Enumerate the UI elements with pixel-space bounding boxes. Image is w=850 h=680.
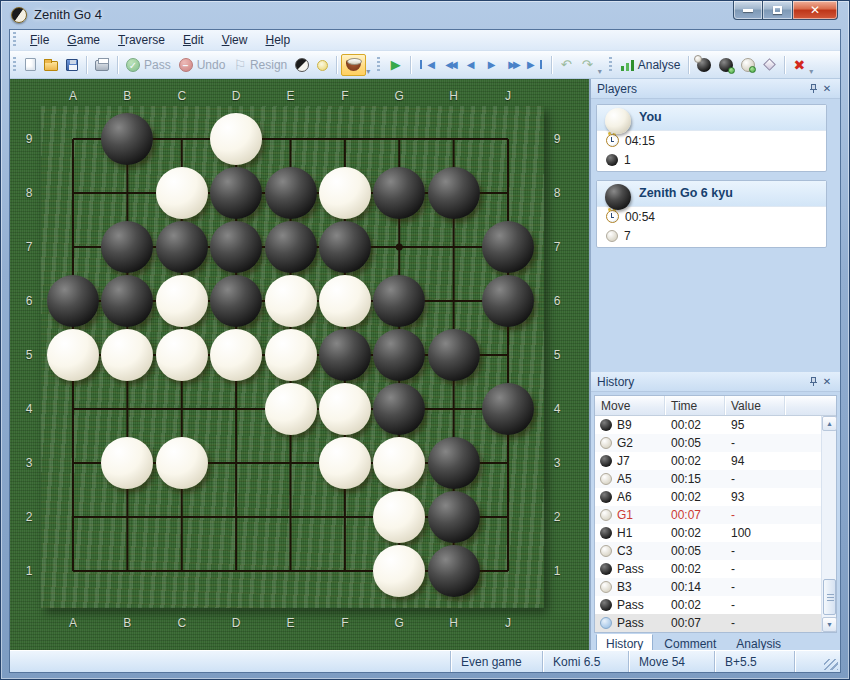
coord-col-bottom-F: F xyxy=(335,616,355,630)
move-value: - xyxy=(725,580,785,594)
stone-A6 xyxy=(47,275,99,327)
move-label: J7 xyxy=(617,454,630,468)
coord-row-left-2: 2 xyxy=(19,510,39,524)
move-value: 94 xyxy=(725,454,785,468)
move-time: 00:15 xyxy=(665,472,725,486)
move-value: - xyxy=(725,616,785,630)
stone-H1 xyxy=(428,545,480,597)
black-move-stone-icon xyxy=(600,455,612,467)
stone-G4 xyxy=(373,383,425,435)
black-stone-tool-icon xyxy=(697,58,711,72)
stone-F4 xyxy=(319,383,371,435)
move-time: 00:14 xyxy=(665,580,725,594)
green-dot-icon xyxy=(728,67,735,74)
stone-E7 xyxy=(265,221,317,273)
player-captures: 7 xyxy=(624,229,631,243)
minimize-button[interactable] xyxy=(733,1,763,20)
toolbar-file-group: ✓Pass −Undo ⚐Resign ▾ xyxy=(10,51,374,78)
coord-row-left-6: 6 xyxy=(19,294,39,308)
scrollbar-thumb[interactable] xyxy=(823,579,836,615)
player-time-row: 04:15 xyxy=(597,131,826,150)
move-value: - xyxy=(725,544,785,558)
lightbulb-icon xyxy=(317,60,328,71)
stone-B5 xyxy=(101,329,153,381)
resign-flag-icon: ⚐ xyxy=(233,58,246,72)
play-button[interactable]: ▶ xyxy=(385,55,406,75)
forward-button[interactable]: ▶ xyxy=(481,55,502,75)
player-captures-row: 7 xyxy=(597,226,826,245)
status-empty xyxy=(794,651,824,672)
go-bowl-icon xyxy=(346,60,361,71)
stone-H8 xyxy=(428,167,480,219)
stone-G2 xyxy=(373,491,425,543)
move-time: 00:07 xyxy=(665,508,725,522)
menu-edit[interactable]: Edit xyxy=(174,31,213,49)
stone-C6 xyxy=(156,275,208,327)
toolbar-analyse-group: Analyse ✖ ▾ xyxy=(606,51,817,78)
move-time: 00:05 xyxy=(665,544,725,558)
stone-C5 xyxy=(156,329,208,381)
history-row-J7-2[interactable]: J700:0294 xyxy=(595,452,821,470)
stone-E5 xyxy=(265,329,317,381)
move-label: Pass xyxy=(617,616,644,630)
stone-F8 xyxy=(319,167,371,219)
move-label: B9 xyxy=(617,418,632,432)
coord-col-top-A: A xyxy=(63,89,83,103)
back-button[interactable]: ◀ xyxy=(460,55,481,75)
status-score: B+5.5 xyxy=(714,651,794,672)
stone-G8 xyxy=(373,167,425,219)
white-move-stone-icon xyxy=(600,473,612,485)
goban-board[interactable] xyxy=(41,106,544,608)
coord-row-right-7: 7 xyxy=(547,240,567,254)
move-label: A6 xyxy=(617,490,632,504)
history-table: Move Time Value B900:0295G200:05-J700:02… xyxy=(594,395,837,633)
move-label: C3 xyxy=(617,544,632,558)
white-move-stone-icon xyxy=(600,437,612,449)
delete-button[interactable]: ✖ xyxy=(789,54,809,76)
column-header-blank xyxy=(785,396,836,415)
client-area: FileGameTraverseEditViewHelp ✓Pass −Undo… xyxy=(9,29,841,673)
stone-C3 xyxy=(156,437,208,489)
history-row-C3-7[interactable]: C300:05- xyxy=(595,542,821,560)
white-move-stone-icon xyxy=(600,581,612,593)
save-button[interactable] xyxy=(62,54,82,76)
history-header: Move Time Value xyxy=(595,396,836,416)
stone-B9 xyxy=(101,113,153,165)
history-row-H1-6[interactable]: H100:02100 xyxy=(595,524,821,542)
stone-B6 xyxy=(101,275,153,327)
coord-col-bottom-J: J xyxy=(498,616,518,630)
player-captures: 1 xyxy=(624,153,631,167)
history-row-G1-5[interactable]: G100:07- xyxy=(595,506,821,524)
coord-row-left-7: 7 xyxy=(19,240,39,254)
move-label: B3 xyxy=(617,580,632,594)
toolbar-separator xyxy=(336,56,337,74)
toolbar-separator xyxy=(551,56,552,74)
history-row-G2-1[interactable]: G200:05- xyxy=(595,434,821,452)
fast-forward-button[interactable]: ▶▶ xyxy=(502,55,523,75)
coord-row-left-8: 8 xyxy=(19,186,39,200)
first-move-button[interactable]: ◀ xyxy=(415,55,439,75)
toolbar-separator xyxy=(784,56,785,74)
new-icon xyxy=(25,58,36,71)
add-white-stone-icon xyxy=(741,58,755,72)
toolbar-separator xyxy=(410,56,411,74)
next-variation-button[interactable]: ↷ xyxy=(577,55,598,75)
new-game-button[interactable] xyxy=(21,54,40,76)
move-label: G1 xyxy=(617,508,633,522)
player-card-header: Zenith Go 6 kyu xyxy=(597,181,826,207)
players-panel-header: Players ✕ xyxy=(591,79,840,99)
move-time: 00:02 xyxy=(665,490,725,504)
small-white-stone-icon xyxy=(694,55,702,63)
player-captures-row: 1 xyxy=(597,150,826,169)
player-avatar-stone xyxy=(605,108,631,134)
resign-button[interactable]: ⚐Resign xyxy=(229,54,291,76)
coord-col-bottom-D: D xyxy=(226,616,246,630)
resize-grip[interactable] xyxy=(824,659,838,670)
pass-label: Pass xyxy=(144,58,171,72)
scroll-down-button[interactable]: ▼ xyxy=(822,617,837,632)
stone-J7 xyxy=(482,221,534,273)
coord-row-left-4: 4 xyxy=(19,402,39,416)
stone-G3 xyxy=(373,437,425,489)
clock-icon xyxy=(606,134,619,147)
window-title: Zenith Go 4 xyxy=(34,7,102,22)
stone-D5 xyxy=(210,329,262,381)
fast-back-button[interactable]: ◀◀ xyxy=(439,55,460,75)
move-label: A5 xyxy=(617,472,632,486)
move-label: Pass xyxy=(617,562,644,576)
move-time: 00:05 xyxy=(665,436,725,450)
history-row-Pass-8[interactable]: Pass00:02- xyxy=(595,560,821,578)
coord-row-right-6: 6 xyxy=(547,294,567,308)
coord-col-top-J: J xyxy=(498,89,518,103)
player-card-you: You 04:15 1 xyxy=(596,104,827,172)
toolbar-grip xyxy=(377,57,380,73)
player-time: 00:54 xyxy=(625,210,655,224)
maximize-button[interactable] xyxy=(763,1,792,20)
history-close-button[interactable]: ✕ xyxy=(820,375,834,389)
player-name: Zenith Go 6 kyu xyxy=(639,186,733,200)
coord-col-top-D: D xyxy=(226,89,246,103)
resign-label: Resign xyxy=(250,58,287,72)
menu-view[interactable]: View xyxy=(213,31,257,49)
toolbar-grip xyxy=(609,57,612,73)
menu-bar-items: FileGameTraverseEditViewHelp xyxy=(21,31,299,49)
coord-col-bottom-E: E xyxy=(281,616,301,630)
history-panel-title: History xyxy=(597,375,806,389)
players-panel-title: Players xyxy=(597,82,806,96)
title-bar: Zenith Go 4 ✕ xyxy=(1,1,849,29)
move-value: - xyxy=(725,436,785,450)
move-label: H1 xyxy=(617,526,632,540)
stone-G1 xyxy=(373,545,425,597)
stone-F5 xyxy=(319,329,371,381)
add-white-stone-button[interactable] xyxy=(737,54,759,76)
move-value: 93 xyxy=(725,490,785,504)
move-value: - xyxy=(725,472,785,486)
history-row-Pass-10[interactable]: Pass00:02- xyxy=(595,596,821,614)
coord-col-top-E: E xyxy=(281,89,301,103)
hint-button[interactable] xyxy=(313,54,332,76)
move-label: Pass xyxy=(617,598,644,612)
close-button[interactable]: ✕ xyxy=(792,1,838,20)
prev-variation-button[interactable]: ↶ xyxy=(556,55,577,75)
pin-icon xyxy=(808,83,819,94)
move-label: G2 xyxy=(617,436,633,450)
column-header-move[interactable]: Move xyxy=(595,396,665,415)
pass-icon: ✓ xyxy=(126,58,140,72)
black-move-stone-icon xyxy=(600,563,612,575)
history-rows: B900:0295G200:05-J700:0294A500:15-A600:0… xyxy=(595,416,821,632)
stone-B3 xyxy=(101,437,153,489)
analyse-label: Analyse xyxy=(638,58,681,72)
coord-col-top-B: B xyxy=(117,89,137,103)
captured-stone-icon xyxy=(606,154,618,166)
toolbar: ✓Pass −Undo ⚐Resign ▾ ▶ ◀ ◀◀ ◀ ▶ ▶▶ ▶ xyxy=(10,51,840,79)
side-dock: Players ✕ You 04:15 1 Zenith Go 6 kyu xyxy=(591,79,840,650)
open-icon xyxy=(44,61,58,71)
history-row-Pass-11[interactable]: Pass00:07- xyxy=(595,614,821,632)
move-time: 00:02 xyxy=(665,526,725,540)
player-time: 04:15 xyxy=(625,134,655,148)
move-value: - xyxy=(725,598,785,612)
black-move-stone-icon xyxy=(600,527,612,539)
stone-D9 xyxy=(210,113,262,165)
stone-H5 xyxy=(428,329,480,381)
green-dot-icon xyxy=(749,66,756,73)
analyse-button[interactable]: Analyse xyxy=(617,54,685,76)
scroll-up-button[interactable]: ▲ xyxy=(822,416,837,431)
workspace: AABBCCDDEEFFGGHHJJ998877665544332211 Pla… xyxy=(10,79,840,650)
players-pin-button[interactable] xyxy=(806,82,820,96)
black-move-stone-icon xyxy=(600,491,612,503)
coord-row-right-4: 4 xyxy=(547,402,567,416)
stone-E4 xyxy=(265,383,317,435)
menu-game[interactable]: Game xyxy=(58,31,109,49)
stone-C7 xyxy=(156,221,208,273)
add-black-stone-icon xyxy=(719,58,733,72)
menu-bar: FileGameTraverseEditViewHelp xyxy=(10,30,840,51)
black-move-stone-icon xyxy=(600,599,612,611)
add-black-stone-button[interactable] xyxy=(715,54,737,76)
player-avatar-stone xyxy=(605,184,631,210)
stone-color-toggle-button[interactable] xyxy=(291,54,313,76)
toolbar-overflow-icon[interactable]: ▾ xyxy=(809,67,813,76)
stone-D8 xyxy=(210,167,262,219)
coord-col-bottom-A: A xyxy=(63,616,83,630)
pin-icon xyxy=(808,376,819,387)
stone-F6 xyxy=(319,275,371,327)
clock-icon xyxy=(606,210,619,223)
move-value: 95 xyxy=(725,418,785,432)
pass-button[interactable]: ✓Pass xyxy=(122,54,175,76)
toolbar-separator xyxy=(117,56,118,74)
first-move-icon xyxy=(420,60,422,69)
toolbar-separator xyxy=(688,56,689,74)
stone-E8 xyxy=(265,167,317,219)
player-card-engine: Zenith Go 6 kyu 00:54 7 xyxy=(596,180,827,248)
status-even-game: Even game xyxy=(450,651,542,672)
erase-tool-button[interactable] xyxy=(759,54,780,76)
undo-icon: − xyxy=(179,58,193,72)
coord-row-right-1: 1 xyxy=(547,564,567,578)
stone-D7 xyxy=(210,221,262,273)
bowl-view-button[interactable] xyxy=(341,54,366,76)
toolbar-overflow-icon[interactable]: ▾ xyxy=(598,67,602,76)
app-window: Zenith Go 4 ✕ FileGameTraverseEditViewHe… xyxy=(0,0,850,680)
history-pin-button[interactable] xyxy=(806,375,820,389)
history-scrollbar[interactable]: ▲ ▼ xyxy=(821,416,836,632)
coord-col-bottom-B: B xyxy=(117,616,137,630)
current-move-stone-icon xyxy=(600,617,612,629)
move-time: 00:02 xyxy=(665,418,725,432)
status-move-number: Move 54 xyxy=(628,651,714,672)
stone-G6 xyxy=(373,275,425,327)
move-time: 00:02 xyxy=(665,454,725,468)
history-panel-header: History ✕ xyxy=(591,372,840,392)
stone-H3 xyxy=(428,437,480,489)
last-move-button[interactable]: ▶ xyxy=(523,55,547,75)
minimize-icon xyxy=(743,9,753,12)
white-move-stone-icon xyxy=(600,509,612,521)
stone-C8 xyxy=(156,167,208,219)
captured-stone-icon xyxy=(606,230,618,242)
place-stone-tool-button[interactable] xyxy=(693,54,715,76)
stone-H2 xyxy=(428,491,480,543)
players-close-button[interactable]: ✕ xyxy=(820,82,834,96)
history-row-A6-4[interactable]: A600:0293 xyxy=(595,488,821,506)
coord-row-right-2: 2 xyxy=(547,510,567,524)
stone-J4 xyxy=(482,383,534,435)
status-komi: Komi 6.5 xyxy=(542,651,628,672)
history-row-B9-0[interactable]: B900:0295 xyxy=(595,416,821,434)
coord-col-top-C: C xyxy=(172,89,192,103)
open-button[interactable] xyxy=(40,54,62,76)
player-card-header: You xyxy=(597,105,826,131)
print-icon xyxy=(95,60,109,71)
menu-help[interactable]: Help xyxy=(256,31,299,49)
maximize-icon xyxy=(773,6,782,14)
coord-row-left-5: 5 xyxy=(19,348,39,362)
history-row-B3-9[interactable]: B300:14- xyxy=(595,578,821,596)
toolbar-overflow-icon[interactable]: ▾ xyxy=(366,67,370,76)
coord-row-left-9: 9 xyxy=(19,132,39,146)
toolbar-nav-group: ▶ ◀ ◀◀ ◀ ▶ ▶▶ ▶ ↶ ↷ ▾ xyxy=(374,51,605,78)
stone-E6 xyxy=(265,275,317,327)
coord-col-top-G: G xyxy=(389,89,409,103)
coord-row-right-3: 3 xyxy=(547,456,567,470)
eraser-icon xyxy=(764,58,777,71)
player-time-row: 00:54 xyxy=(597,207,826,226)
toolbar-grip xyxy=(13,57,16,73)
stone-B7 xyxy=(101,221,153,273)
save-icon xyxy=(66,59,78,71)
toolbar-separator xyxy=(86,56,87,74)
white-move-stone-icon xyxy=(600,545,612,557)
coord-col-bottom-C: C xyxy=(172,616,192,630)
status-bar: Even game Komi 6.5 Move 54 B+5.5 xyxy=(10,650,840,672)
move-time: 00:07 xyxy=(665,616,725,630)
coord-row-left-1: 1 xyxy=(19,564,39,578)
menu-file[interactable]: File xyxy=(21,31,58,49)
coord-col-bottom-G: G xyxy=(389,616,409,630)
move-value: - xyxy=(725,562,785,576)
coord-col-top-H: H xyxy=(444,89,464,103)
undo-button[interactable]: −Undo xyxy=(175,54,230,76)
app-icon xyxy=(11,7,27,23)
move-value: 100 xyxy=(725,526,785,540)
coord-col-bottom-H: H xyxy=(444,616,464,630)
stone-J6 xyxy=(482,275,534,327)
undo-label: Undo xyxy=(197,58,226,72)
red-x-icon: ✖ xyxy=(793,58,805,72)
player-name: You xyxy=(639,110,662,124)
analyse-chart-icon xyxy=(621,59,634,71)
coord-col-top-F: F xyxy=(335,89,355,103)
menu-grip xyxy=(13,32,16,48)
black-white-stone-icon xyxy=(295,58,309,72)
print-button[interactable] xyxy=(91,54,113,76)
move-time: 00:02 xyxy=(665,598,725,612)
stone-A5 xyxy=(47,329,99,381)
last-move-icon xyxy=(540,60,542,69)
coord-row-left-3: 3 xyxy=(19,456,39,470)
coord-row-right-9: 9 xyxy=(547,132,567,146)
menu-traverse[interactable]: Traverse xyxy=(109,31,174,49)
stone-F7 xyxy=(319,221,371,273)
board-background: AABBCCDDEEFFGGHHJJ998877665544332211 xyxy=(10,79,589,650)
column-header-time[interactable]: Time xyxy=(665,396,725,415)
black-move-stone-icon xyxy=(600,419,612,431)
move-time: 00:02 xyxy=(665,562,725,576)
history-row-A5-3[interactable]: A500:15- xyxy=(595,470,821,488)
stone-G5 xyxy=(373,329,425,381)
stone-F3 xyxy=(319,437,371,489)
column-header-value[interactable]: Value xyxy=(725,396,785,415)
stone-D6 xyxy=(210,275,262,327)
move-value: - xyxy=(725,508,785,522)
coord-row-right-5: 5 xyxy=(547,348,567,362)
coord-row-right-8: 8 xyxy=(547,186,567,200)
